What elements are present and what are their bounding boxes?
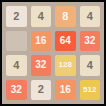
grid-cell: 2 — [31, 80, 52, 101]
grid-cell: 512 — [80, 80, 101, 101]
grid-cell: 32 — [31, 55, 52, 76]
grid-cell: 64 — [55, 31, 76, 52]
grid-cell: 4 — [31, 6, 52, 27]
grid-cell: 4 — [80, 55, 101, 76]
grid-cell: 32 — [6, 80, 27, 101]
grid-cell: 8 — [55, 6, 76, 27]
grid-cell: 16 — [55, 80, 76, 101]
game-board-2048[interactable]: 2 4 8 4 16 64 32 4 32 128 4 32 2 16 512 — [2, 2, 104, 104]
grid-cell: 4 — [6, 55, 27, 76]
game-screenshot-frame: 2 4 8 4 16 64 32 4 32 128 4 32 2 16 512 — [0, 0, 106, 106]
grid-cell: 4 — [80, 6, 101, 27]
grid-cell: 16 — [31, 31, 52, 52]
grid-cell — [6, 31, 27, 52]
grid-cell: 128 — [55, 55, 76, 76]
grid-cell: 32 — [80, 31, 101, 52]
grid-cell: 2 — [6, 6, 27, 27]
